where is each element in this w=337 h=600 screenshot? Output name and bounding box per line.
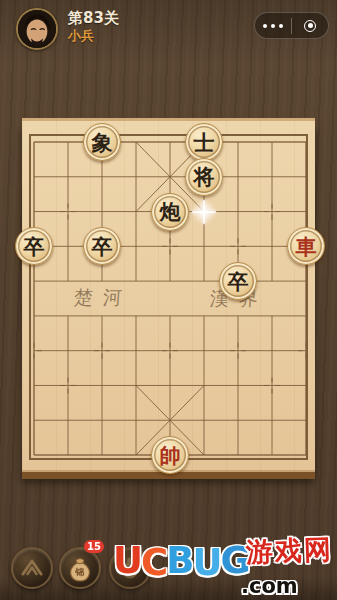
piece-black-general[interactable]: 将 [185, 158, 223, 196]
piece-label: 卒 [24, 236, 45, 257]
bottom-bar: 锦 15 [0, 530, 337, 600]
avatar-face-icon [18, 10, 56, 48]
more-button[interactable] [255, 13, 291, 38]
river-label-left: 楚河 [73, 285, 133, 311]
app-window: 第83关 小兵 楚河 漢界 象士将炮卒卒車卒帥 [0, 0, 337, 600]
miniprogram-capsule [254, 12, 329, 39]
exit-icon [304, 20, 316, 32]
board[interactable]: 楚河 漢界 象士将炮卒卒車卒帥 [22, 118, 315, 472]
hint-bag-icon: 锦 [64, 552, 96, 584]
piece-black-soldier-3[interactable]: 卒 [219, 262, 257, 300]
avatar [16, 8, 58, 50]
more-icon [263, 24, 267, 28]
svg-text:锦: 锦 [75, 567, 85, 577]
top-bar: 第83关 小兵 [0, 0, 337, 60]
piece-red-general[interactable]: 帥 [151, 436, 189, 474]
piece-label: 士 [194, 132, 215, 153]
level-title: 第83关 [68, 9, 119, 28]
hint-count-badge: 15 [84, 540, 104, 553]
piece-label: 卒 [92, 236, 113, 257]
hint-bag-button[interactable]: 锦 [59, 547, 101, 589]
piece-black-advisor[interactable]: 士 [185, 123, 223, 161]
piece-label: 将 [194, 166, 215, 187]
chevron-up-icon [15, 551, 49, 585]
item-icon [115, 553, 145, 583]
piece-label: 帥 [160, 445, 181, 466]
piece-label: 象 [92, 132, 113, 153]
exit-button[interactable] [292, 13, 328, 38]
piece-label: 卒 [228, 271, 249, 292]
expand-button[interactable] [11, 547, 53, 589]
piece-black-cannon[interactable]: 炮 [151, 193, 189, 231]
rank-label: 小兵 [68, 28, 119, 44]
item-button[interactable] [109, 547, 151, 589]
piece-black-elephant[interactable]: 象 [83, 123, 121, 161]
piece-label: 炮 [160, 201, 181, 222]
piece-label: 車 [296, 236, 317, 257]
piece-red-chariot[interactable]: 車 [287, 227, 325, 265]
